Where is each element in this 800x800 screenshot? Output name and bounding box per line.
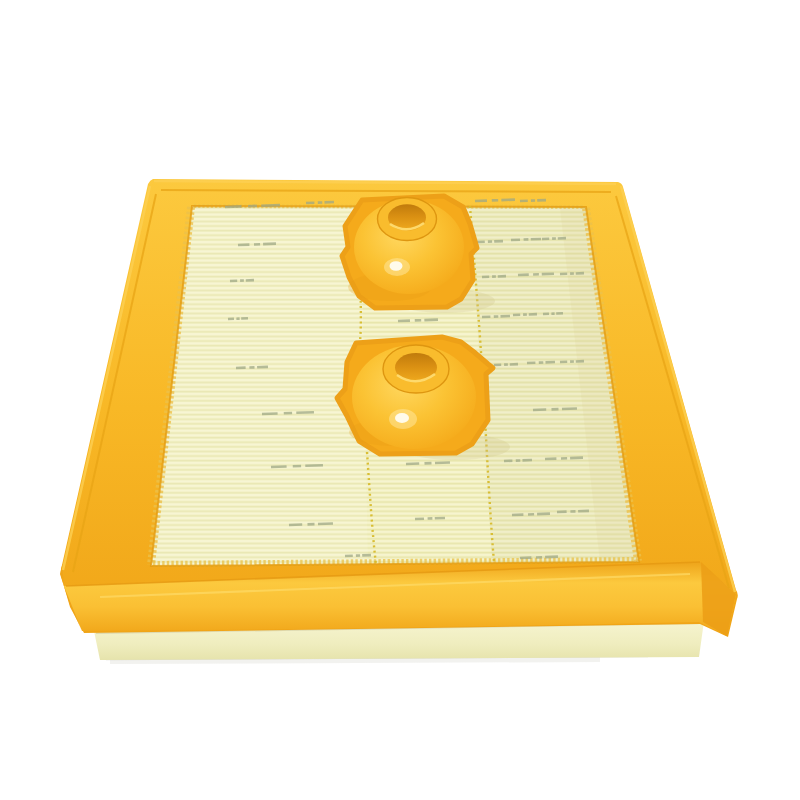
print-mark [492,275,496,278]
print-mark [537,199,546,202]
print-mark [284,412,292,415]
print-mark [236,366,246,369]
print-mark [435,461,450,464]
print-mark [578,510,589,513]
print-mark [570,272,574,275]
print-mark [435,517,445,520]
boss-specular-highlight [390,261,403,271]
print-mark [488,240,492,243]
print-mark [415,319,421,322]
print-mark [263,242,276,245]
print-mark [307,523,314,526]
print-mark [475,199,487,202]
print-mark [345,554,353,557]
print-mark [570,456,583,459]
print-mark [522,459,532,462]
print-mark [494,240,503,243]
print-mark [228,317,234,320]
print-mark [289,523,302,526]
print-mark [516,459,521,462]
print-mark [238,243,249,246]
print-mark [428,517,433,520]
print-mark [482,275,489,278]
boss-specular-highlight [395,413,409,423]
print-mark [249,366,254,369]
print-mark [527,361,535,364]
print-mark [523,313,527,316]
print-mark [306,201,314,204]
print-mark [406,462,419,465]
print-mark [318,522,333,525]
print-mark [254,243,260,246]
print-mark [246,279,254,282]
print-mark [536,556,542,559]
print-mark [241,317,248,320]
print-mark [545,555,558,558]
print-mark [543,312,549,315]
print-mark [520,199,528,202]
print-mark [504,459,512,462]
print-mark [498,275,506,278]
print-mark [240,279,244,282]
print-mark [533,273,539,276]
print-mark [477,240,485,243]
print-mark [520,556,531,559]
print-mark [539,361,544,364]
print-mark [257,366,268,369]
print-mark [512,513,523,516]
print-mark [562,407,577,410]
print-mark [552,237,556,240]
print-mark [529,313,537,316]
print-mark [262,412,278,415]
print-mark [324,201,334,204]
print-mark [561,457,567,460]
print-mark [513,313,520,316]
print-mark [504,363,508,366]
print-mark [248,205,257,208]
print-mark [542,237,549,240]
print-mark [511,238,520,241]
print-mark [524,238,529,241]
print-mark [545,361,555,364]
print-mark [545,457,556,460]
print-mark [533,408,546,411]
print-mark [518,273,529,276]
print-mark [362,554,371,557]
print-mark [558,237,566,240]
print-mark [271,465,287,468]
print-mark [415,517,424,520]
print-mark [293,465,301,468]
print-mark [494,315,499,318]
print-mark [318,201,323,204]
print-mark [531,199,535,202]
print-mark [501,198,515,201]
print-mark [542,272,554,275]
print-mark [531,238,541,241]
print-mark [560,272,567,275]
print-mark [236,317,239,320]
print-mark [551,312,554,315]
print-mark [570,510,575,513]
print-mark [576,360,584,363]
product-photo [0,0,800,800]
print-mark [356,554,360,557]
print-mark [551,408,558,411]
print-mark [424,318,438,321]
print-mark [494,363,501,366]
print-mark [557,510,567,513]
print-mark [556,312,563,315]
print-mark [424,462,431,465]
print-mark [560,360,567,363]
print-mark [492,199,498,202]
print-mark [570,360,574,363]
print-mark [510,363,518,366]
print-mark [500,315,510,318]
air-filter-illustration [0,0,800,800]
print-mark [528,513,534,516]
print-mark [537,512,550,515]
print-mark [482,315,490,318]
print-mark [230,279,237,282]
print-mark [398,319,410,322]
print-mark [576,272,584,275]
